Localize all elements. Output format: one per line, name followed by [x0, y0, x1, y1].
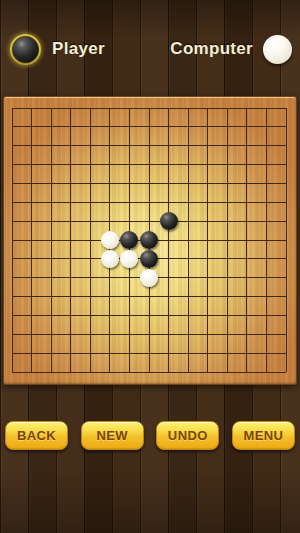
stone-black [140, 231, 158, 249]
button-bar: BACK NEW UNDO MENU [0, 421, 300, 450]
stone-white [101, 231, 119, 249]
stone-black [160, 212, 178, 230]
player-label: Player [52, 39, 105, 59]
gomoku-app-screen: Player Computer BACK NEW UNDO MENU [0, 0, 300, 533]
computer-side: Computer [170, 35, 292, 64]
stone-white [140, 269, 158, 287]
score-header: Player Computer [0, 31, 300, 67]
player-turn-indicator [10, 34, 41, 65]
stone-white [101, 250, 119, 268]
menu-button[interactable]: MENU [232, 421, 295, 450]
back-button[interactable]: BACK [5, 421, 68, 450]
player-side: Player [10, 34, 105, 65]
stone-black [120, 231, 138, 249]
stone-white [120, 250, 138, 268]
computer-white-stone-icon [263, 35, 292, 64]
player-black-stone-icon [13, 37, 38, 62]
computer-label: Computer [170, 39, 253, 59]
gomoku-board[interactable] [3, 96, 297, 385]
undo-button[interactable]: UNDO [156, 421, 219, 450]
stone-black [140, 250, 158, 268]
new-button[interactable]: NEW [81, 421, 144, 450]
